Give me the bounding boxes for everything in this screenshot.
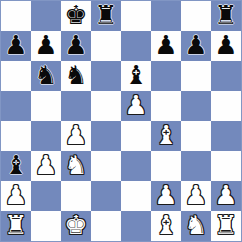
- square-f5[interactable]: [151, 91, 181, 121]
- square-c7[interactable]: ♟: [61, 31, 91, 61]
- square-b8[interactable]: [31, 1, 61, 31]
- square-d6[interactable]: [91, 61, 121, 91]
- piece-black-rook[interactable]: ♜: [214, 1, 237, 30]
- square-a3[interactable]: ♝: [1, 151, 31, 181]
- piece-black-pawn[interactable]: ♟: [214, 31, 237, 60]
- piece-white-pawn[interactable]: ♟: [214, 181, 237, 210]
- piece-white-rook[interactable]: ♜: [214, 211, 237, 240]
- square-g4[interactable]: [181, 121, 211, 151]
- square-h5[interactable]: [211, 91, 241, 121]
- square-e1[interactable]: [121, 211, 151, 241]
- square-g6[interactable]: [181, 61, 211, 91]
- square-a7[interactable]: ♟: [1, 31, 31, 61]
- square-c5[interactable]: [61, 91, 91, 121]
- square-h1[interactable]: ♜: [211, 211, 241, 241]
- square-b6[interactable]: ♞: [31, 61, 61, 91]
- square-g1[interactable]: ♞: [181, 211, 211, 241]
- piece-white-pawn[interactable]: ♟: [64, 121, 87, 150]
- square-b3[interactable]: ♟: [31, 151, 61, 181]
- square-h6[interactable]: [211, 61, 241, 91]
- square-b7[interactable]: ♟: [31, 31, 61, 61]
- piece-white-pawn[interactable]: ♟: [124, 91, 147, 120]
- square-d5[interactable]: [91, 91, 121, 121]
- square-b2[interactable]: [31, 181, 61, 211]
- square-d2[interactable]: [91, 181, 121, 211]
- piece-black-bishop[interactable]: ♝: [4, 151, 27, 180]
- square-h3[interactable]: [211, 151, 241, 181]
- square-a4[interactable]: [1, 121, 31, 151]
- chess-board: ♚♜♜♟♟♟♟♟♟♞♞♝♟♟♝♝♟♞♟♟♟♟♜♚♝♞♜: [0, 0, 242, 242]
- square-h2[interactable]: ♟: [211, 181, 241, 211]
- piece-black-pawn[interactable]: ♟: [34, 31, 57, 60]
- square-e8[interactable]: [121, 1, 151, 31]
- piece-black-pawn[interactable]: ♟: [184, 31, 207, 60]
- square-f8[interactable]: [151, 1, 181, 31]
- piece-white-bishop[interactable]: ♝: [154, 121, 177, 150]
- square-f1[interactable]: ♝: [151, 211, 181, 241]
- square-c3[interactable]: ♞: [61, 151, 91, 181]
- square-g5[interactable]: [181, 91, 211, 121]
- piece-white-pawn[interactable]: ♟: [4, 181, 27, 210]
- square-d8[interactable]: ♜: [91, 1, 121, 31]
- square-g2[interactable]: ♟: [181, 181, 211, 211]
- piece-black-king[interactable]: ♚: [64, 1, 87, 30]
- square-g3[interactable]: [181, 151, 211, 181]
- piece-black-pawn[interactable]: ♟: [64, 31, 87, 60]
- piece-white-king[interactable]: ♚: [64, 211, 87, 240]
- square-g7[interactable]: ♟: [181, 31, 211, 61]
- square-a1[interactable]: ♜: [1, 211, 31, 241]
- square-b5[interactable]: [31, 91, 61, 121]
- square-a8[interactable]: [1, 1, 31, 31]
- piece-black-bishop[interactable]: ♝: [124, 61, 147, 90]
- square-c8[interactable]: ♚: [61, 1, 91, 31]
- square-f7[interactable]: ♟: [151, 31, 181, 61]
- square-d3[interactable]: [91, 151, 121, 181]
- square-c4[interactable]: ♟: [61, 121, 91, 151]
- square-e6[interactable]: ♝: [121, 61, 151, 91]
- square-d1[interactable]: [91, 211, 121, 241]
- piece-white-bishop[interactable]: ♝: [154, 211, 177, 240]
- square-f6[interactable]: [151, 61, 181, 91]
- piece-white-pawn[interactable]: ♟: [184, 181, 207, 210]
- piece-black-knight[interactable]: ♞: [34, 61, 57, 90]
- piece-black-knight[interactable]: ♞: [64, 61, 87, 90]
- square-h8[interactable]: ♜: [211, 1, 241, 31]
- piece-white-knight[interactable]: ♞: [64, 151, 87, 180]
- square-b4[interactable]: [31, 121, 61, 151]
- piece-white-rook[interactable]: ♜: [4, 211, 27, 240]
- square-e7[interactable]: [121, 31, 151, 61]
- square-e3[interactable]: [121, 151, 151, 181]
- square-f4[interactable]: ♝: [151, 121, 181, 151]
- square-c1[interactable]: ♚: [61, 211, 91, 241]
- square-e4[interactable]: [121, 121, 151, 151]
- piece-white-pawn[interactable]: ♟: [154, 181, 177, 210]
- piece-white-knight[interactable]: ♞: [184, 211, 207, 240]
- square-a2[interactable]: ♟: [1, 181, 31, 211]
- piece-black-rook[interactable]: ♜: [94, 1, 117, 30]
- piece-black-pawn[interactable]: ♟: [154, 31, 177, 60]
- square-a5[interactable]: [1, 91, 31, 121]
- square-e2[interactable]: [121, 181, 151, 211]
- square-b1[interactable]: [31, 211, 61, 241]
- square-a6[interactable]: [1, 61, 31, 91]
- square-g8[interactable]: [181, 1, 211, 31]
- square-d4[interactable]: [91, 121, 121, 151]
- square-c2[interactable]: [61, 181, 91, 211]
- square-h4[interactable]: [211, 121, 241, 151]
- square-f2[interactable]: ♟: [151, 181, 181, 211]
- square-c6[interactable]: ♞: [61, 61, 91, 91]
- square-f3[interactable]: [151, 151, 181, 181]
- square-d7[interactable]: [91, 31, 121, 61]
- square-e5[interactable]: ♟: [121, 91, 151, 121]
- square-h7[interactable]: ♟: [211, 31, 241, 61]
- piece-white-pawn[interactable]: ♟: [34, 151, 57, 180]
- piece-black-pawn[interactable]: ♟: [4, 31, 27, 60]
